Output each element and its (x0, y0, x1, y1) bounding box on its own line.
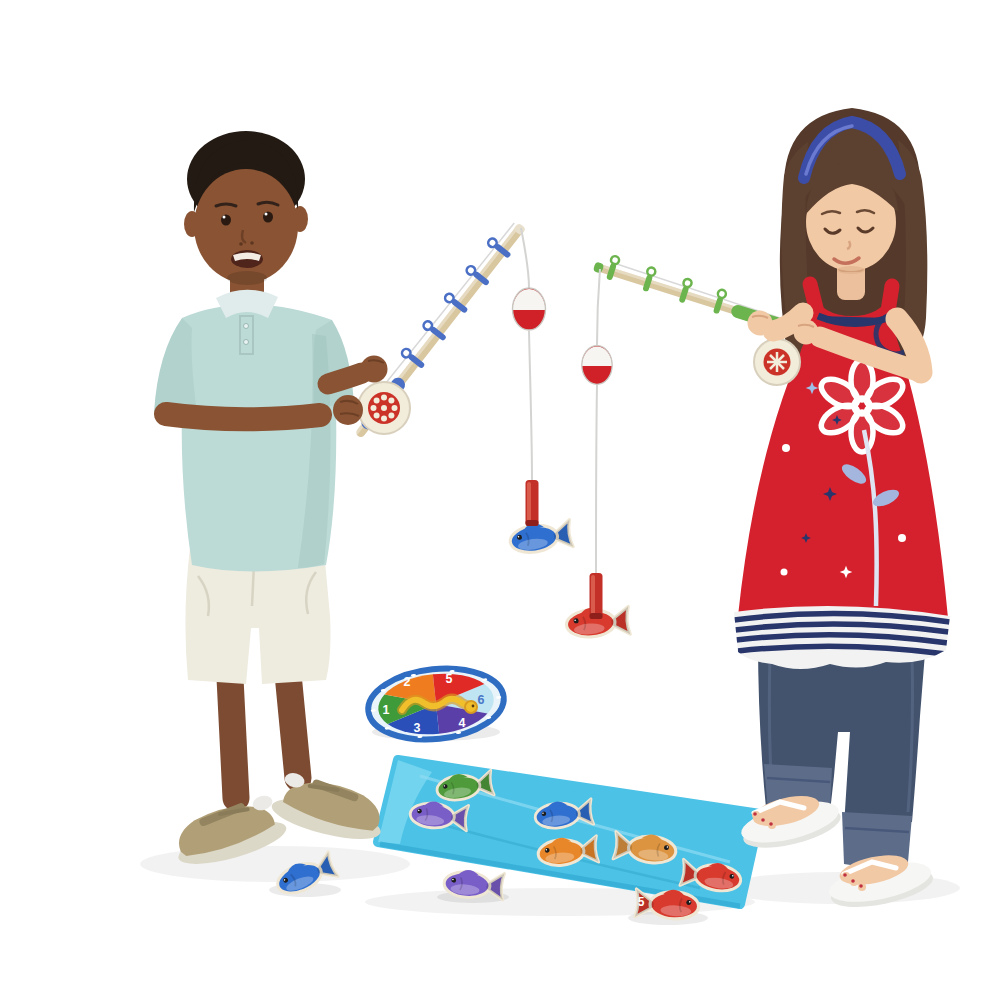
boy-left-calf (230, 678, 236, 798)
line-upper (521, 228, 529, 288)
striped-ruffle-hem (734, 606, 950, 669)
boy (154, 131, 529, 873)
magnet-icon (526, 480, 539, 526)
line-upper (597, 269, 600, 345)
fish-purple-floor (443, 868, 504, 900)
boy-eye-left (221, 215, 231, 226)
svg-text:3: 3 (414, 721, 421, 735)
boy-left-forearm (328, 373, 362, 384)
svg-text:5: 5 (446, 672, 453, 686)
product-photo-children-fishing-game: 5 (40, 16, 1000, 1000)
girl-right-hand (794, 320, 819, 345)
fish-number-5: 5 (638, 895, 645, 909)
bobber-icon (582, 346, 612, 385)
boy-right-calf (288, 674, 298, 778)
fishing-reel-boy (358, 382, 410, 434)
caught-blue-fish (508, 519, 573, 556)
line-lower (596, 385, 597, 573)
scene-illustration: 5 (40, 16, 1000, 1000)
girl-right-flipflop (826, 850, 937, 914)
svg-text:4: 4 (459, 716, 466, 730)
boy-right-shoe (268, 770, 389, 848)
boy-right-forearm (166, 414, 320, 419)
boy-fishing-line (508, 228, 573, 555)
bobber-icon (513, 288, 546, 330)
fishing-reel-girl (754, 338, 800, 385)
girl-fishing-line (565, 269, 630, 639)
boy-eye-right (263, 212, 273, 223)
magnet-icon (590, 573, 603, 619)
line-lower (529, 331, 532, 480)
boy-lower-hand (333, 395, 363, 425)
svg-text:1: 1 (383, 703, 390, 717)
svg-text:6: 6 (478, 693, 485, 707)
svg-text:2: 2 (404, 675, 411, 689)
girl-left-hand (748, 311, 773, 336)
